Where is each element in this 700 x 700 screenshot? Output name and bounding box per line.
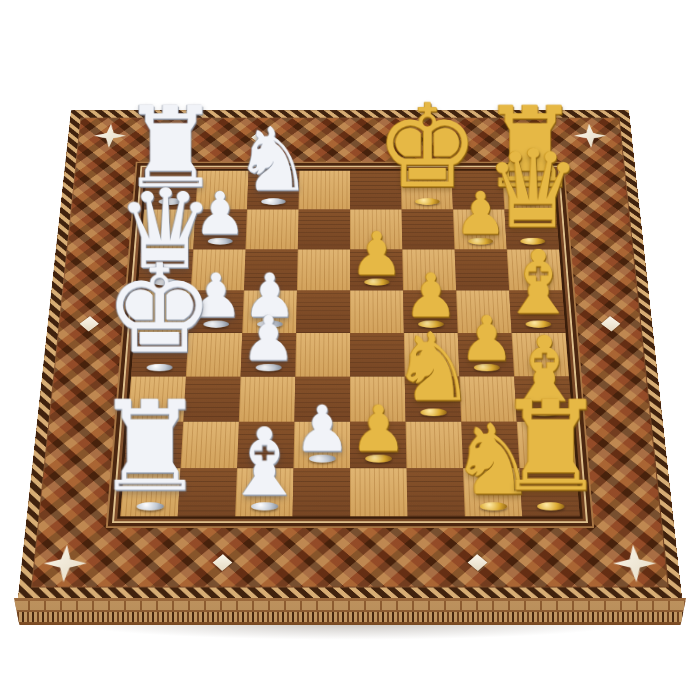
square-e1 (350, 468, 407, 516)
piece-gold-pawn: ♟ (350, 398, 407, 461)
square-d4 (295, 333, 350, 377)
square-a4: ♚ (131, 333, 188, 377)
square-e6: ♟ (350, 249, 403, 290)
square-e2: ♟ (350, 422, 406, 469)
piece-silver-rook: ♜ (94, 385, 205, 509)
square-d7 (298, 210, 350, 250)
chess-set-photo: ♜♞♚♜♟♟♛♛♟♟♟♟♝♚♟♟♞♝♟♟♜♝♞♜ (0, 0, 700, 700)
piece-gold-pawn: ♟ (350, 225, 403, 284)
square-c4: ♟ (241, 333, 297, 377)
square-c8: ♞ (247, 171, 299, 210)
square-a1: ♜ (120, 468, 180, 516)
piece-silver-pawn: ♟ (241, 309, 296, 370)
square-d5 (296, 291, 350, 333)
square-d6 (297, 249, 350, 290)
square-h1: ♜ (519, 468, 579, 516)
square-c1: ♝ (235, 468, 293, 516)
square-f7 (401, 210, 454, 250)
board-front-edge (14, 598, 686, 625)
piece-silver-king: ♚ (104, 248, 213, 370)
square-c7 (245, 210, 298, 250)
board-grid: ♜♞♚♜♟♟♛♛♟♟♟♟♝♚♟♟♞♝♟♟♜♝♞♜ (120, 171, 579, 516)
piece-gold-queen: ♛ (484, 135, 581, 243)
piece-gold-rook: ♜ (495, 385, 606, 509)
square-f8: ♚ (401, 171, 453, 210)
piece-silver-bishop: ♝ (222, 416, 306, 509)
chess-board: ♜♞♚♜♟♟♛♛♟♟♟♟♝♚♟♟♞♝♟♟♜♝♞♜ (18, 110, 682, 598)
edge-inlay-strip (14, 601, 686, 610)
edge-hatch-strip (14, 612, 686, 622)
